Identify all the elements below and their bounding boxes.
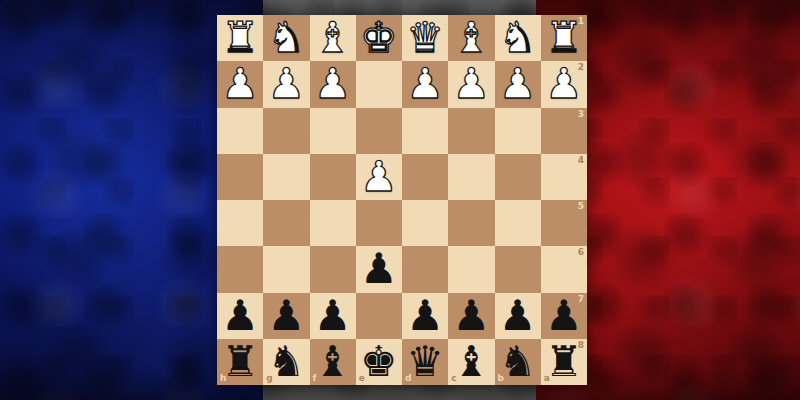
square-g7[interactable]: ♟ bbox=[263, 293, 309, 339]
square-a1[interactable]: 1♜ bbox=[541, 15, 587, 61]
square-f4[interactable] bbox=[310, 154, 356, 200]
square-c2[interactable]: ♟ bbox=[448, 61, 494, 107]
square-c7[interactable]: ♟ bbox=[448, 293, 494, 339]
square-c5[interactable] bbox=[448, 200, 494, 246]
square-a4[interactable]: 4 bbox=[541, 154, 587, 200]
square-d4[interactable] bbox=[402, 154, 448, 200]
black-bishop[interactable]: ♝ bbox=[314, 341, 352, 383]
black-pawn[interactable]: ♟ bbox=[360, 248, 398, 290]
black-knight[interactable]: ♞ bbox=[268, 341, 306, 383]
rank-label-1: 1 bbox=[578, 17, 584, 26]
square-d7[interactable]: ♟ bbox=[402, 293, 448, 339]
file-label-d: d bbox=[405, 374, 411, 383]
file-label-a: a bbox=[544, 374, 550, 383]
square-g3[interactable] bbox=[263, 108, 309, 154]
black-queen[interactable]: ♛ bbox=[406, 341, 444, 383]
black-bishop[interactable]: ♝ bbox=[453, 341, 491, 383]
square-h7[interactable]: ♟ bbox=[217, 293, 263, 339]
square-b1[interactable]: ♞ bbox=[495, 15, 541, 61]
square-a6[interactable]: 6 bbox=[541, 246, 587, 292]
square-b3[interactable] bbox=[495, 108, 541, 154]
square-b4[interactable] bbox=[495, 154, 541, 200]
white-knight[interactable]: ♞ bbox=[268, 17, 306, 59]
square-e6[interactable]: ♟ bbox=[356, 246, 402, 292]
white-pawn[interactable]: ♟ bbox=[453, 63, 491, 105]
square-h6[interactable] bbox=[217, 246, 263, 292]
file-label-e: e bbox=[359, 374, 365, 383]
square-g4[interactable] bbox=[263, 154, 309, 200]
square-d6[interactable] bbox=[402, 246, 448, 292]
white-pawn[interactable]: ♟ bbox=[406, 63, 444, 105]
black-pawn[interactable]: ♟ bbox=[268, 295, 306, 337]
square-d1[interactable]: ♛ bbox=[402, 15, 448, 61]
square-f5[interactable] bbox=[310, 200, 356, 246]
file-label-b: b bbox=[498, 374, 504, 383]
square-g6[interactable] bbox=[263, 246, 309, 292]
square-e7[interactable] bbox=[356, 293, 402, 339]
white-bishop[interactable]: ♝ bbox=[314, 17, 352, 59]
square-e5[interactable] bbox=[356, 200, 402, 246]
square-f7[interactable]: ♟ bbox=[310, 293, 356, 339]
square-d8[interactable]: d♛ bbox=[402, 339, 448, 385]
black-pawn[interactable]: ♟ bbox=[453, 295, 491, 337]
square-c3[interactable] bbox=[448, 108, 494, 154]
square-g8[interactable]: g♞ bbox=[263, 339, 309, 385]
square-g2[interactable]: ♟ bbox=[263, 61, 309, 107]
square-f2[interactable]: ♟ bbox=[310, 61, 356, 107]
white-pawn[interactable]: ♟ bbox=[221, 63, 259, 105]
rank-label-8: 8 bbox=[578, 341, 584, 350]
square-c8[interactable]: c♝ bbox=[448, 339, 494, 385]
rank-label-3: 3 bbox=[578, 110, 584, 119]
file-label-c: c bbox=[451, 374, 456, 383]
square-c1[interactable]: ♝ bbox=[448, 15, 494, 61]
white-king[interactable]: ♚ bbox=[360, 17, 398, 59]
rank-label-2: 2 bbox=[578, 63, 584, 72]
white-pawn[interactable]: ♟ bbox=[314, 63, 352, 105]
black-knight[interactable]: ♞ bbox=[499, 341, 537, 383]
square-f6[interactable] bbox=[310, 246, 356, 292]
square-d5[interactable] bbox=[402, 200, 448, 246]
square-b8[interactable]: b♞ bbox=[495, 339, 541, 385]
black-rook[interactable]: ♜ bbox=[221, 341, 259, 383]
square-e2[interactable] bbox=[356, 61, 402, 107]
square-c6[interactable] bbox=[448, 246, 494, 292]
square-a5[interactable]: 5 bbox=[541, 200, 587, 246]
white-queen[interactable]: ♛ bbox=[406, 17, 444, 59]
square-a2[interactable]: 2♟ bbox=[541, 61, 587, 107]
square-b6[interactable] bbox=[495, 246, 541, 292]
square-b2[interactable]: ♟ bbox=[495, 61, 541, 107]
file-label-g: g bbox=[266, 374, 272, 383]
black-pawn[interactable]: ♟ bbox=[314, 295, 352, 337]
square-h8[interactable]: h♜ bbox=[217, 339, 263, 385]
square-d2[interactable]: ♟ bbox=[402, 61, 448, 107]
square-c4[interactable] bbox=[448, 154, 494, 200]
rank-label-4: 4 bbox=[578, 156, 584, 165]
square-g1[interactable]: ♞ bbox=[263, 15, 309, 61]
rank-label-6: 6 bbox=[578, 248, 584, 257]
white-rook[interactable]: ♜ bbox=[221, 17, 259, 59]
square-h1[interactable]: ♜ bbox=[217, 15, 263, 61]
square-f1[interactable]: ♝ bbox=[310, 15, 356, 61]
square-h4[interactable] bbox=[217, 154, 263, 200]
black-pawn[interactable]: ♟ bbox=[499, 295, 537, 337]
white-bishop[interactable]: ♝ bbox=[453, 17, 491, 59]
square-h2[interactable]: ♟ bbox=[217, 61, 263, 107]
file-label-f: f bbox=[313, 374, 317, 383]
square-f3[interactable] bbox=[310, 108, 356, 154]
square-h5[interactable] bbox=[217, 200, 263, 246]
black-pawn[interactable]: ♟ bbox=[406, 295, 444, 337]
square-a7[interactable]: 7♟ bbox=[541, 293, 587, 339]
rank-label-7: 7 bbox=[578, 295, 584, 304]
chess-board: ♜♞♝♚♛♝♞1♜♟♟♟♟♟♟2♟3♟45♟6♟♟♟♟♟♟7♟h♜g♞f♝e♚d… bbox=[217, 15, 587, 385]
white-knight[interactable]: ♞ bbox=[499, 17, 537, 59]
square-f8[interactable]: f♝ bbox=[310, 339, 356, 385]
white-pawn[interactable]: ♟ bbox=[499, 63, 537, 105]
black-king[interactable]: ♚ bbox=[360, 341, 398, 383]
square-a3[interactable]: 3 bbox=[541, 108, 587, 154]
square-g5[interactable] bbox=[263, 200, 309, 246]
square-a8[interactable]: 8a♜ bbox=[541, 339, 587, 385]
square-e4[interactable]: ♟ bbox=[356, 154, 402, 200]
square-e1[interactable]: ♚ bbox=[356, 15, 402, 61]
white-pawn[interactable]: ♟ bbox=[268, 63, 306, 105]
white-pawn[interactable]: ♟ bbox=[360, 156, 398, 198]
black-pawn[interactable]: ♟ bbox=[221, 295, 259, 337]
square-b5[interactable] bbox=[495, 200, 541, 246]
square-d3[interactable] bbox=[402, 108, 448, 154]
square-b7[interactable]: ♟ bbox=[495, 293, 541, 339]
file-label-h: h bbox=[220, 374, 226, 383]
square-e8[interactable]: e♚ bbox=[356, 339, 402, 385]
square-h3[interactable] bbox=[217, 108, 263, 154]
square-e3[interactable] bbox=[356, 108, 402, 154]
rank-label-5: 5 bbox=[578, 202, 584, 211]
